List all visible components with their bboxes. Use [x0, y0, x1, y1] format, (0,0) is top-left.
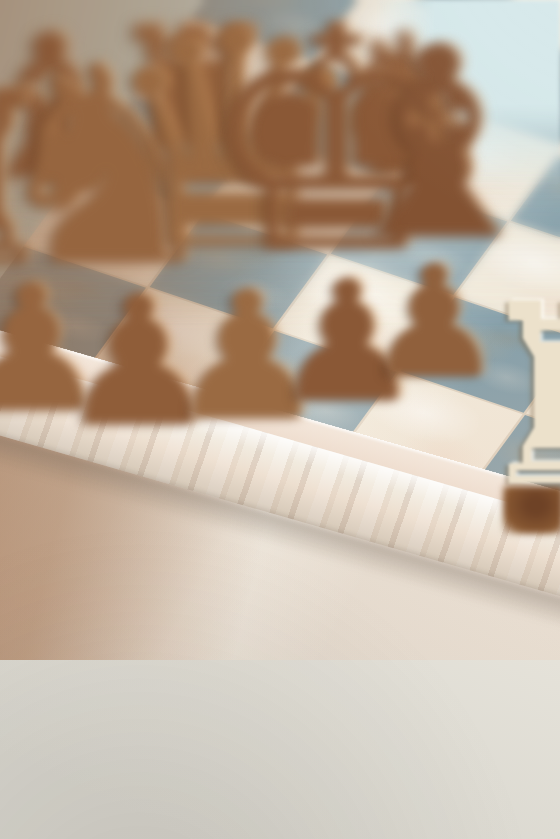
photo-scene: ♝♜♞♜♞♛♚♝♟♟♟♟♟♜	[0, 0, 560, 839]
light-piece-base-reflection	[503, 486, 560, 534]
